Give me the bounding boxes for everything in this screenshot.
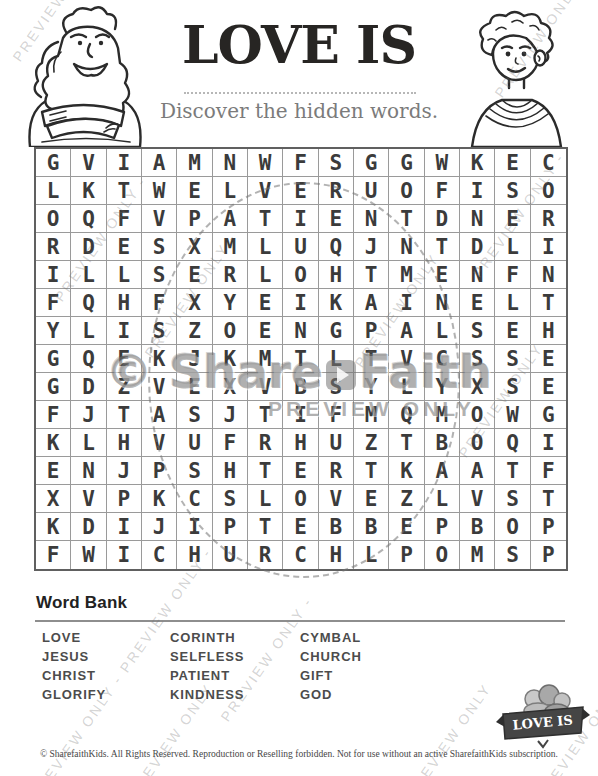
grid-cell[interactable]: P [213,513,248,541]
grid-cell[interactable]: L [389,373,424,401]
grid-cell[interactable]: I [531,429,566,457]
grid-cell[interactable]: A [142,149,177,177]
grid-cell[interactable]: M [354,401,389,429]
grid-cell[interactable]: L [248,485,283,513]
grid-cell[interactable]: I [107,513,142,541]
grid-cell[interactable]: P [177,205,212,233]
grid-cell[interactable]: H [319,541,354,569]
grid-cell[interactable]: Y [354,373,389,401]
word-bank-word: GLORIFY [42,685,170,704]
page-subtitle: Discover the hidden words. [0,99,598,123]
grid-cell[interactable]: I [283,401,318,429]
grid-cell[interactable]: F [36,289,71,317]
grid-cell[interactable]: Y [425,373,460,401]
grid-cell[interactable]: H [107,289,142,317]
grid-cell[interactable]: M [460,541,495,569]
grid-cell[interactable]: Q [71,289,106,317]
grid-cell[interactable]: S [142,233,177,261]
word-bank-column: CYMBALCHURCHGIFTGOD [300,628,428,704]
grid-cell[interactable]: E [389,513,424,541]
grid-cell[interactable]: Z [389,485,424,513]
grid-cell[interactable]: L [319,345,354,373]
grid-cell[interactable]: E [531,345,566,373]
grid-cell[interactable]: E [319,205,354,233]
grid-cell[interactable]: R [248,541,283,569]
grid-cell[interactable]: M [389,261,424,289]
grid-cell[interactable]: J [71,401,106,429]
grid-cell[interactable]: N [283,317,318,345]
grid-cell[interactable]: F [425,177,460,205]
grid-cell[interactable]: O [531,177,566,205]
grid-cell[interactable]: P [354,317,389,345]
grid-cell[interactable]: L [248,261,283,289]
grid-cell[interactable]: S [213,485,248,513]
grid-cell[interactable]: V [71,149,106,177]
word-bank-word: CYMBAL [300,628,428,647]
grid-cell[interactable]: G [36,149,71,177]
grid-cell[interactable]: A [460,457,495,485]
grid-cell[interactable]: O [283,485,318,513]
grid-cell[interactable]: T [354,457,389,485]
grid-cell[interactable]: E [283,457,318,485]
grid-cell[interactable]: A [354,289,389,317]
grid-cell[interactable]: T [531,485,566,513]
grid-cell[interactable]: F [142,289,177,317]
grid-cell[interactable]: D [71,513,106,541]
footer-copyright: © SharefaithKids. All Rights Reserved. R… [0,749,598,759]
grid-cell[interactable]: O [213,317,248,345]
grid-cell[interactable]: T [248,205,283,233]
grid-cell[interactable]: G [36,373,71,401]
page-title: LOVE IS [0,14,598,75]
grid-cell[interactable]: A [425,457,460,485]
grid-cell[interactable]: E [107,233,142,261]
grid-cell[interactable]: B [460,513,495,541]
grid-cell[interactable]: Y [213,289,248,317]
grid-cell[interactable]: V [142,373,177,401]
grid-cell[interactable]: T [248,513,283,541]
grid-cell[interactable]: A [213,205,248,233]
grid-cell[interactable]: E [495,317,530,345]
word-bank-word: CORINTH [170,628,300,647]
grid-cell[interactable]: Q [389,401,424,429]
grid-cell[interactable]: S [495,541,530,569]
grid-cell[interactable]: J [142,513,177,541]
grid-cell[interactable]: W [495,401,530,429]
grid-cell[interactable]: N [531,261,566,289]
grid-cell[interactable]: I [36,261,71,289]
grid-cell[interactable]: O [283,261,318,289]
grid-cell[interactable]: E [107,345,142,373]
grid-cell[interactable]: F [36,401,71,429]
grid-cell[interactable]: V [142,429,177,457]
grid-cell[interactable]: F [36,541,71,569]
grid-cell[interactable]: D [425,205,460,233]
grid-cell[interactable]: U [177,429,212,457]
word-bank-word: CHRIST [42,666,170,685]
grid-cell[interactable]: S [142,317,177,345]
grid-cell[interactable]: E [460,289,495,317]
word-bank-divider [35,620,565,622]
grid-cell[interactable]: T [354,261,389,289]
grid-cell[interactable]: E [354,485,389,513]
grid-cell[interactable]: G [531,401,566,429]
grid-cell[interactable]: E [283,513,318,541]
grid-cell[interactable]: T [389,205,424,233]
worksheet-page: LOVE IS Discover the hidden words. GVIAM… [0,0,598,776]
grid-cell[interactable]: T [531,289,566,317]
grid-cell[interactable]: T [248,401,283,429]
grid-cell[interactable]: S [495,373,530,401]
grid-cell[interactable]: V [248,177,283,205]
grid-cell[interactable]: O [36,205,71,233]
grid-cell[interactable]: S [495,345,530,373]
grid-cell[interactable]: T [107,177,142,205]
grid-cell[interactable]: U [283,233,318,261]
grid-cell[interactable]: T [107,401,142,429]
grid-cell[interactable]: I [283,205,318,233]
grid-cell[interactable]: P [142,457,177,485]
word-bank-word: GIFT [300,666,428,685]
grid-cell[interactable]: Q [71,345,106,373]
grid-cell[interactable]: L [425,317,460,345]
word-bank-columns: LOVEJESUSCHRISTGLORIFYCORINTHSELFLESSPAT… [42,628,522,704]
grid-cell[interactable]: P [107,485,142,513]
grid-cell[interactable]: H [531,317,566,345]
grid-cell[interactable]: S [319,373,354,401]
grid-cell[interactable]: C [283,541,318,569]
grid-cell[interactable]: I [460,177,495,205]
grid-cell[interactable]: R [213,261,248,289]
grid-cell[interactable]: L [71,317,106,345]
grid-cell[interactable]: N [213,149,248,177]
grid-cell[interactable]: S [495,177,530,205]
grid-cell[interactable]: X [36,485,71,513]
grid-cell[interactable]: K [71,177,106,205]
grid-cell[interactable]: K [142,485,177,513]
grid-cell[interactable]: J [213,401,248,429]
grid-cell[interactable]: D [71,233,106,261]
grid-cell[interactable]: P [531,513,566,541]
grid-cell[interactable]: L [71,261,106,289]
grid-cell[interactable]: X [177,289,212,317]
grid-cell[interactable]: N [389,233,424,261]
grid-cell[interactable]: I [177,513,212,541]
grid-cell[interactable]: O [425,541,460,569]
grid-cell[interactable]: I [283,289,318,317]
grid-cell[interactable]: R [36,233,71,261]
grid-cell[interactable]: D [460,233,495,261]
grid-cell[interactable]: A [142,401,177,429]
grid-cell[interactable]: V [71,485,106,513]
title-divider [184,92,416,94]
grid-cell[interactable]: L [425,485,460,513]
grid-cell[interactable]: O [460,429,495,457]
grid-cell[interactable]: W [248,149,283,177]
grid-cell[interactable]: B [425,429,460,457]
grid-cell[interactable]: W [71,541,106,569]
grid-cell[interactable]: I [107,317,142,345]
grid-cell[interactable]: H [319,261,354,289]
grid-cell[interactable]: D [71,373,106,401]
grid-cell[interactable]: X [177,233,212,261]
word-bank-word: PATIENT [170,666,300,685]
grid-cell[interactable]: P [425,513,460,541]
grid-cell[interactable]: C [142,541,177,569]
grid-cell[interactable]: L [495,289,530,317]
grid-cell[interactable]: K [319,289,354,317]
word-bank-word: KINDNESS [170,685,300,704]
grid-cell[interactable]: M [177,149,212,177]
grid-cell[interactable]: K [389,457,424,485]
grid-cell[interactable]: J [107,457,142,485]
grid-cell[interactable]: E [177,261,212,289]
grid-cell[interactable]: G [354,149,389,177]
sharefaith-badge: LOVE IS [494,684,592,750]
grid-cell[interactable]: T [354,345,389,373]
grid-cell[interactable]: K [36,513,71,541]
grid-cell[interactable]: X [460,373,495,401]
grid-cell[interactable]: T [283,345,318,373]
grid-cell[interactable]: N [460,205,495,233]
word-bank-word: SELFLESS [170,647,300,666]
grid-cell[interactable]: F [107,205,142,233]
grid-cell[interactable]: E [177,373,212,401]
grid-cell[interactable]: F [319,401,354,429]
grid-cell[interactable]: U [213,541,248,569]
grid-cell[interactable]: L [248,233,283,261]
grid-cell[interactable]: M [248,345,283,373]
grid-cell[interactable]: V [460,485,495,513]
grid-cell[interactable]: K [36,429,71,457]
grid-cell[interactable]: I [107,149,142,177]
grid-cell[interactable]: Z [107,373,142,401]
grid-cell[interactable]: L [213,177,248,205]
word-bank-column: LOVEJESUSCHRISTGLORIFY [42,628,170,704]
grid-cell[interactable]: P [389,541,424,569]
word-bank-word: JESUS [42,647,170,666]
grid-cell[interactable]: E [495,149,530,177]
grid-cell[interactable]: E [283,177,318,205]
badge-drawing: LOVE IS [494,684,592,750]
grid-cell[interactable]: T [248,457,283,485]
grid-cell[interactable]: L [71,429,106,457]
grid-cell[interactable]: H [283,429,318,457]
grid-cell[interactable]: M [425,401,460,429]
grid-cell[interactable]: V [248,373,283,401]
grid-cell[interactable]: N [354,205,389,233]
grid-cell[interactable]: E [425,261,460,289]
grid-cell[interactable]: E [495,205,530,233]
grid-cell[interactable]: V [319,485,354,513]
grid-cell[interactable]: L [36,177,71,205]
grid-cell[interactable]: H [177,541,212,569]
grid-cell[interactable]: S [177,401,212,429]
grid-cell[interactable]: R [531,205,566,233]
grid-cell[interactable]: G [36,345,71,373]
grid-cell[interactable]: K [213,345,248,373]
grid-cell[interactable]: H [107,429,142,457]
word-bank-heading: Word Bank [36,593,127,613]
grid-cell[interactable]: I [107,541,142,569]
grid-cell[interactable]: S [495,485,530,513]
grid-cell[interactable]: L [354,541,389,569]
grid-cell[interactable]: O [460,401,495,429]
grid-cell[interactable]: E [248,317,283,345]
grid-cell[interactable]: Q [495,429,530,457]
grid-cell[interactable]: T [495,457,530,485]
grid-cell[interactable]: Z [354,429,389,457]
grid-cell[interactable]: F [531,457,566,485]
grid-cell[interactable]: F [283,149,318,177]
grid-cell[interactable]: X [213,373,248,401]
grid-cell[interactable]: Q [71,205,106,233]
grid-cell[interactable]: S [460,345,495,373]
grid-cell[interactable]: U [319,429,354,457]
grid-cell[interactable]: W [142,177,177,205]
grid-cell[interactable]: E [248,289,283,317]
grid-cell[interactable]: E [531,373,566,401]
grid-cell[interactable]: C [177,485,212,513]
word-bank-word: LOVE [42,628,170,647]
grid-cell[interactable]: P [531,541,566,569]
grid-cell[interactable]: L [107,261,142,289]
grid-cell[interactable]: G [389,149,424,177]
grid-cell[interactable]: F [495,261,530,289]
grid-cell[interactable]: S [460,317,495,345]
grid-cell[interactable]: O [495,513,530,541]
grid-cell[interactable]: V [142,205,177,233]
grid-cell[interactable]: O [389,177,424,205]
grid-cell[interactable]: F [213,429,248,457]
grid-cell[interactable]: C [531,149,566,177]
grid-cell[interactable]: K [460,149,495,177]
grid-cell[interactable]: B [283,373,318,401]
grid-cell[interactable]: B [354,513,389,541]
grid-cell[interactable]: M [213,233,248,261]
grid-cell[interactable]: J [177,345,212,373]
grid-cell[interactable]: L [495,233,530,261]
grid-cell[interactable]: N [460,261,495,289]
grid-cell[interactable]: U [354,177,389,205]
word-bank-column: CORINTHSELFLESSPATIENTKINDNESS [170,628,300,704]
grid-cell[interactable]: E [36,457,71,485]
grid-cell[interactable]: Q [319,233,354,261]
grid-cell[interactable]: K [142,345,177,373]
grid-cell[interactable]: R [319,177,354,205]
grid-cell[interactable]: Y [36,317,71,345]
grid-cell[interactable]: S [142,261,177,289]
grid-cell[interactable]: H [213,457,248,485]
grid-cell[interactable]: S [177,457,212,485]
grid-cell[interactable]: N [71,457,106,485]
grid-cell[interactable]: T [389,429,424,457]
grid-cell[interactable]: I [389,289,424,317]
grid-cell[interactable]: E [177,177,212,205]
grid-cell[interactable]: V [389,345,424,373]
grid-cell[interactable]: G [319,317,354,345]
grid-cell[interactable]: A [389,317,424,345]
grid-cell[interactable]: B [319,513,354,541]
grid-cell[interactable]: I [531,233,566,261]
grid-cell[interactable]: W [425,149,460,177]
grid-cell[interactable]: R [319,457,354,485]
grid-cell[interactable]: S [319,149,354,177]
word-bank-word: GOD [300,685,428,704]
grid-cell[interactable]: R [248,429,283,457]
grid-cell[interactable]: C [425,345,460,373]
grid-cell[interactable]: J [354,233,389,261]
grid-cell[interactable]: Z [177,317,212,345]
grid-cell[interactable]: T [425,233,460,261]
grid-cell[interactable]: N [425,289,460,317]
word-search-grid[interactable]: GVIAMNWFSGGWKECLKTWELVERUOFISOOQFVPATIEN… [34,147,568,571]
word-bank-word: CHURCH [300,647,428,666]
